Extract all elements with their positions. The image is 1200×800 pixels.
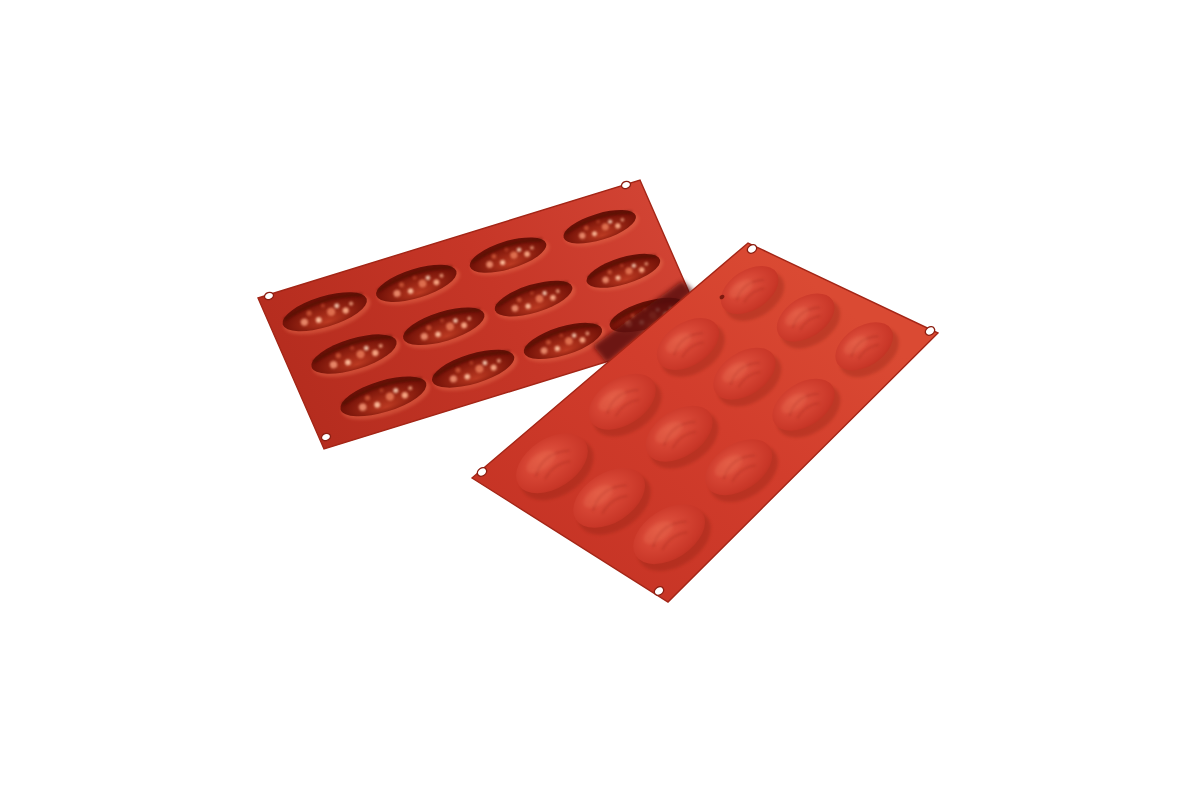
product-photo xyxy=(0,0,1200,800)
molds-photo-canvas xyxy=(0,0,1200,800)
